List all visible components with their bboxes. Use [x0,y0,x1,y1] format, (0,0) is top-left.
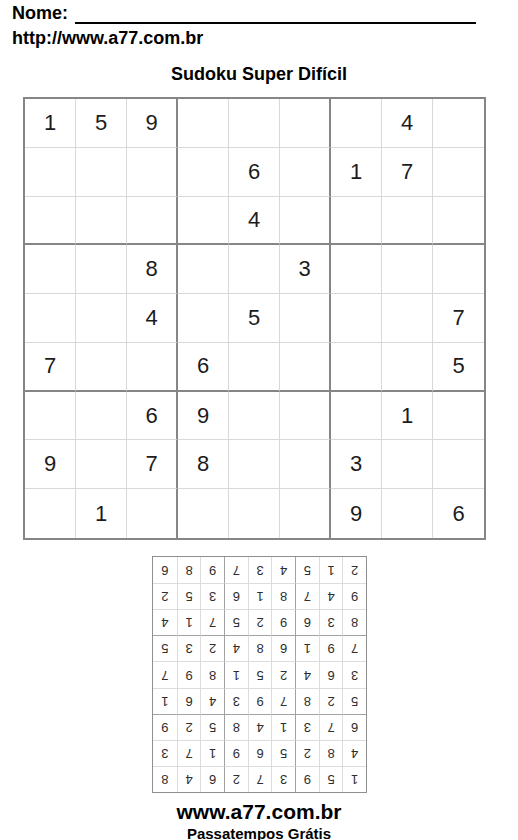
board-cell-r2c9[interactable] [433,148,484,197]
solution-cell-r4c4: 7 [271,688,295,714]
solution-cell-r3c8: 2 [176,714,200,740]
board-cell-r8c5[interactable] [229,440,280,489]
board-cell-r2c5: 6 [229,148,280,197]
board-cell-r4c2[interactable] [76,245,127,294]
board-cell-r3c3[interactable] [127,197,178,246]
board-cell-r8c8[interactable] [382,440,433,489]
solution-cell-r9c1: 2 [342,557,366,583]
board-cell-r5c2[interactable] [76,294,127,343]
board-cell-r1c8: 4 [382,99,433,148]
solution-cell-r7c8: 1 [176,609,200,635]
board-cell-r5c9: 7 [433,294,484,343]
board-cell-r3c7[interactable] [331,197,382,246]
solution-cell-r2c2: 8 [318,740,342,766]
solution-cell-r9c2: 1 [318,557,342,583]
solution-cell-r4c5: 9 [247,688,271,714]
solution-cell-r3c4: 1 [271,714,295,740]
solution-cell-r2c7: 1 [200,740,224,766]
solution-cell-r2c4: 5 [271,740,295,766]
board-cell-r8c1: 9 [25,440,76,489]
board-cell-r9c8[interactable] [382,489,433,538]
solution-cell-r8c9: 2 [153,583,177,609]
board-cell-r6c2[interactable] [76,343,127,392]
solution-board-rotated: 1593726484825691736731485295287934613642… [152,556,367,793]
solution-cell-r9c6: 7 [224,557,248,583]
board-cell-r7c3: 6 [127,392,178,441]
board-cell-r7c6[interactable] [280,392,331,441]
solution-cell-r7c1: 8 [342,609,366,635]
solution-cell-r4c8: 6 [176,688,200,714]
board-cell-r5c5: 5 [229,294,280,343]
board-cell-r2c2[interactable] [76,148,127,197]
board-cell-r4c7[interactable] [331,245,382,294]
solution-cell-r4c6: 3 [224,688,248,714]
solution-cell-r2c5: 6 [247,740,271,766]
board-cell-r4c8[interactable] [382,245,433,294]
board-cell-r9c3[interactable] [127,489,178,538]
board-cell-r2c7: 1 [331,148,382,197]
solution-cell-r6c4: 6 [271,635,295,661]
page-footer: www.a77.com.br Passatempos Grátis [0,800,518,840]
board-cell-r6c4: 6 [178,343,229,392]
solution-cell-r3c3: 3 [295,714,319,740]
solution-cell-r8c6: 6 [224,583,248,609]
board-cell-r4c6: 3 [280,245,331,294]
solution-cell-r7c4: 9 [271,609,295,635]
footer-site: www.a77.com.br [0,800,518,824]
solution-cell-r6c3: 1 [295,635,319,661]
board-cell-r4c3: 8 [127,245,178,294]
board-cell-r6c5[interactable] [229,343,280,392]
board-cell-r5c7[interactable] [331,294,382,343]
board-cell-r4c5[interactable] [229,245,280,294]
page-header: Nome: http://www.a77.com.br [0,0,518,49]
name-fill-line [75,6,476,24]
board-cell-r1c4[interactable] [178,99,229,148]
board-cell-r7c1[interactable] [25,392,76,441]
solution-cell-r6c6: 4 [224,635,248,661]
solution-cell-r4c1: 5 [342,688,366,714]
solution-cell-r2c8: 7 [176,740,200,766]
solution-cell-r1c5: 7 [247,766,271,792]
solution-cell-r4c9: 1 [153,688,177,714]
solution-cell-r1c3: 9 [295,766,319,792]
board-cell-r6c7[interactable] [331,343,382,392]
board-cell-r9c2: 1 [76,489,127,538]
board-cell-r8c2[interactable] [76,440,127,489]
solution-cell-r7c6: 5 [224,609,248,635]
board-cell-r2c6[interactable] [280,148,331,197]
sudoku-board: 15946174834577656919783196 [23,97,486,540]
board-cell-r8c4: 8 [178,440,229,489]
name-label: Nome: [12,3,68,24]
solution-cell-r2c3: 2 [295,740,319,766]
solution-cell-r9c5: 3 [247,557,271,583]
sudoku-printable-page: Nome: http://www.a77.com.br Sudoku Super… [0,0,518,840]
solution-cell-r2c1: 4 [342,740,366,766]
solution-cell-r1c1: 1 [342,766,366,792]
solution-cell-r6c7: 2 [200,635,224,661]
solution-cell-r6c8: 3 [176,635,200,661]
board-cell-r1c2: 5 [76,99,127,148]
solution-cell-r8c8: 5 [176,583,200,609]
board-cell-r6c3[interactable] [127,343,178,392]
board-cell-r1c1: 1 [25,99,76,148]
board-cell-r5c6[interactable] [280,294,331,343]
board-cell-r3c5: 4 [229,197,280,246]
solution-cell-r1c2: 5 [318,766,342,792]
solution-cell-r8c4: 8 [271,583,295,609]
board-cell-r8c9[interactable] [433,440,484,489]
solution-cell-r2c9: 3 [153,740,177,766]
solution-cell-r6c9: 5 [153,635,177,661]
solution-cell-r5c1: 3 [342,661,366,687]
board-cell-r4c1[interactable] [25,245,76,294]
board-cell-r7c7[interactable] [331,392,382,441]
board-cell-r3c8[interactable] [382,197,433,246]
board-cell-r1c7[interactable] [331,99,382,148]
solution-cell-r7c5: 2 [247,609,271,635]
board-cell-r6c8[interactable] [382,343,433,392]
solution-cell-r4c2: 2 [318,688,342,714]
board-cell-r9c7: 9 [331,489,382,538]
board-cell-r3c1[interactable] [25,197,76,246]
solution-cell-r5c9: 7 [153,661,177,687]
solution-area: 1593726484825691736731485295287934613642… [0,556,518,793]
solution-cell-r8c2: 4 [318,583,342,609]
solution-cell-r7c7: 7 [200,609,224,635]
board-cell-r9c4[interactable] [178,489,229,538]
solution-cell-r3c9: 9 [153,714,177,740]
solution-cell-r8c7: 3 [200,583,224,609]
board-cell-r3c6[interactable] [280,197,331,246]
board-cell-r4c9[interactable] [433,245,484,294]
solution-cell-r9c8: 8 [176,557,200,583]
solution-cell-r5c2: 6 [318,661,342,687]
solution-cell-r1c7: 6 [200,766,224,792]
solution-cell-r7c9: 4 [153,609,177,635]
board-cell-r7c5[interactable] [229,392,280,441]
solution-cell-r1c9: 8 [153,766,177,792]
solution-cell-r6c1: 7 [342,635,366,661]
solution-cell-r1c6: 2 [224,766,248,792]
board-cell-r2c8: 7 [382,148,433,197]
solution-cell-r9c3: 5 [295,557,319,583]
board-cell-r6c6[interactable] [280,343,331,392]
name-line: Nome: [12,3,506,24]
solution-cell-r5c8: 9 [176,661,200,687]
solution-cell-r5c4: 2 [271,661,295,687]
board-cell-r1c5[interactable] [229,99,280,148]
board-cell-r3c9[interactable] [433,197,484,246]
solution-cell-r3c5: 4 [247,714,271,740]
board-cell-r9c5[interactable] [229,489,280,538]
solution-cell-r7c3: 6 [295,609,319,635]
board-cell-r3c2[interactable] [76,197,127,246]
board-cell-r7c2[interactable] [76,392,127,441]
solution-cell-r9c7: 9 [200,557,224,583]
board-cell-r2c4[interactable] [178,148,229,197]
solution-cell-r2c6: 9 [224,740,248,766]
board-cell-r7c4: 9 [178,392,229,441]
solution-cell-r1c4: 3 [271,766,295,792]
solution-cell-r8c5: 1 [247,583,271,609]
solution-cell-r5c5: 5 [247,661,271,687]
board-cell-r5c1[interactable] [25,294,76,343]
solution-cell-r1c8: 4 [176,766,200,792]
solution-cell-r6c2: 9 [318,635,342,661]
solution-cell-r9c9: 6 [153,557,177,583]
board-cell-r8c7: 3 [331,440,382,489]
board-cell-r4c4[interactable] [178,245,229,294]
board-cell-r8c3: 7 [127,440,178,489]
board-cell-r1c9[interactable] [433,99,484,148]
board-cell-r2c3[interactable] [127,148,178,197]
board-cell-r1c6[interactable] [280,99,331,148]
board-cell-r8c6[interactable] [280,440,331,489]
board-cell-r3c4[interactable] [178,197,229,246]
board-cell-r5c4[interactable] [178,294,229,343]
solution-cell-r4c7: 4 [200,688,224,714]
solution-cell-r3c2: 7 [318,714,342,740]
board-cell-r9c1[interactable] [25,489,76,538]
solution-cell-r7c2: 3 [318,609,342,635]
board-cell-r6c9: 5 [433,343,484,392]
board-cell-r5c3: 4 [127,294,178,343]
solution-cell-r5c7: 8 [200,661,224,687]
board-cell-r6c1: 7 [25,343,76,392]
board-cell-r5c8[interactable] [382,294,433,343]
solution-cell-r3c1: 6 [342,714,366,740]
solution-cell-r5c6: 1 [224,661,248,687]
board-cell-r9c6[interactable] [280,489,331,538]
board-cell-r7c9[interactable] [433,392,484,441]
solution-cell-r8c1: 9 [342,583,366,609]
solution-cell-r3c6: 8 [224,714,248,740]
solution-cell-r5c3: 4 [295,661,319,687]
solution-cell-r9c4: 4 [271,557,295,583]
board-cell-r9c9: 6 [433,489,484,538]
board-cell-r2c1[interactable] [25,148,76,197]
footer-tagline: Passatempos Grátis [0,825,518,840]
solution-cell-r8c3: 7 [295,583,319,609]
solution-cell-r4c3: 8 [295,688,319,714]
board-cell-r7c8: 1 [382,392,433,441]
puzzle-title: Sudoku Super Difícil [0,64,518,85]
solution-cell-r6c5: 8 [247,635,271,661]
board-cell-r1c3: 9 [127,99,178,148]
solution-cell-r3c7: 5 [200,714,224,740]
site-url: http://www.a77.com.br [12,28,506,49]
